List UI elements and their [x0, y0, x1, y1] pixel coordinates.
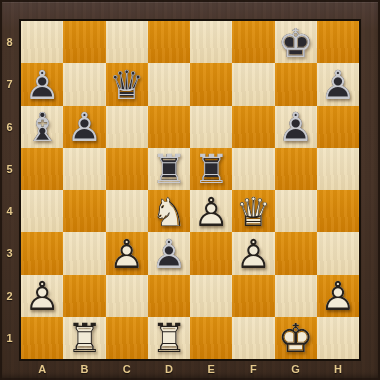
square-g3[interactable] [275, 232, 317, 274]
square-g7[interactable] [275, 63, 317, 105]
piece-black-pawn[interactable]: ♟♙ [275, 106, 317, 148]
white-pawn-glyph-outline: ♙ [317, 275, 359, 317]
square-f1[interactable] [232, 317, 274, 359]
square-e8[interactable] [190, 21, 232, 63]
file-label-b: B [63, 359, 105, 378]
square-b3[interactable] [63, 232, 105, 274]
black-pawn-glyph-outline: ♙ [21, 63, 63, 105]
square-d4[interactable]: ♞♘ [148, 190, 190, 232]
file-label-a: A [21, 359, 63, 378]
piece-white-rook[interactable]: ♜♖ [148, 317, 190, 359]
square-b7[interactable] [63, 63, 105, 105]
square-g5[interactable] [275, 148, 317, 190]
square-a5[interactable] [21, 148, 63, 190]
square-b2[interactable] [63, 275, 105, 317]
white-pawn-glyph-outline: ♙ [21, 275, 63, 317]
square-c1[interactable] [106, 317, 148, 359]
square-d8[interactable] [148, 21, 190, 63]
rank-label-6: 6 [0, 106, 19, 148]
file-label-c: C [106, 359, 148, 378]
piece-black-queen[interactable]: ♛♕ [106, 63, 148, 105]
square-f6[interactable] [232, 106, 274, 148]
square-f5[interactable] [232, 148, 274, 190]
black-pawn-glyph-outline: ♙ [148, 232, 190, 274]
square-g8[interactable]: ♚♔ [275, 21, 317, 63]
square-c3[interactable]: ♟♙ [106, 232, 148, 274]
square-d6[interactable] [148, 106, 190, 148]
square-e6[interactable] [190, 106, 232, 148]
square-e4[interactable]: ♟♙ [190, 190, 232, 232]
black-rook-glyph-outline: ♖ [190, 148, 232, 190]
square-d5[interactable]: ♜♖ [148, 148, 190, 190]
square-f3[interactable]: ♟♙ [232, 232, 274, 274]
piece-white-king[interactable]: ♚♔ [275, 317, 317, 359]
chess-board: ♚♔♟♙♛♕♟♙♝♗♟♙♟♙♜♖♜♖♞♘♟♙♛♕♟♙♟♙♟♙♟♙♟♙♜♖♜♖♚♔ [19, 19, 361, 361]
piece-black-rook[interactable]: ♜♖ [148, 148, 190, 190]
square-a2[interactable]: ♟♙ [21, 275, 63, 317]
piece-black-pawn[interactable]: ♟♙ [21, 63, 63, 105]
piece-white-pawn[interactable]: ♟♙ [232, 232, 274, 274]
black-pawn-glyph-outline: ♙ [275, 106, 317, 148]
square-c5[interactable] [106, 148, 148, 190]
file-label-d: D [148, 359, 190, 378]
square-h5[interactable] [317, 148, 359, 190]
square-h1[interactable] [317, 317, 359, 359]
square-b6[interactable]: ♟♙ [63, 106, 105, 148]
square-b1[interactable]: ♜♖ [63, 317, 105, 359]
square-e2[interactable] [190, 275, 232, 317]
piece-white-pawn[interactable]: ♟♙ [317, 275, 359, 317]
rank-label-5: 5 [0, 148, 19, 190]
piece-white-pawn[interactable]: ♟♙ [190, 190, 232, 232]
square-d7[interactable] [148, 63, 190, 105]
square-h4[interactable] [317, 190, 359, 232]
rank-label-2: 2 [0, 275, 19, 317]
square-f7[interactable] [232, 63, 274, 105]
rank-label-8: 8 [0, 21, 19, 63]
square-h6[interactable] [317, 106, 359, 148]
square-a6[interactable]: ♝♗ [21, 106, 63, 148]
square-g2[interactable] [275, 275, 317, 317]
piece-white-knight[interactable]: ♞♘ [148, 190, 190, 232]
square-g4[interactable] [275, 190, 317, 232]
square-a7[interactable]: ♟♙ [21, 63, 63, 105]
piece-black-king[interactable]: ♚♔ [275, 21, 317, 63]
white-rook-glyph-outline: ♖ [148, 317, 190, 359]
black-rook-glyph-outline: ♖ [148, 148, 190, 190]
white-knight-glyph-outline: ♘ [148, 190, 190, 232]
square-a3[interactable] [21, 232, 63, 274]
piece-black-pawn[interactable]: ♟♙ [317, 63, 359, 105]
square-c7[interactable]: ♛♕ [106, 63, 148, 105]
black-king-glyph-outline: ♔ [275, 21, 317, 63]
white-pawn-glyph-outline: ♙ [232, 232, 274, 274]
square-g1[interactable]: ♚♔ [275, 317, 317, 359]
square-d2[interactable] [148, 275, 190, 317]
file-labels: ABCDEFGH [21, 359, 359, 378]
black-pawn-glyph-outline: ♙ [317, 63, 359, 105]
piece-white-rook[interactable]: ♜♖ [63, 317, 105, 359]
square-c4[interactable] [106, 190, 148, 232]
file-label-e: E [190, 359, 232, 378]
file-label-f: F [232, 359, 274, 378]
rank-label-1: 1 [0, 317, 19, 359]
square-d1[interactable]: ♜♖ [148, 317, 190, 359]
square-e3[interactable] [190, 232, 232, 274]
square-g6[interactable]: ♟♙ [275, 106, 317, 148]
white-rook-glyph-outline: ♖ [63, 317, 105, 359]
white-king-glyph-outline: ♔ [275, 317, 317, 359]
rank-label-4: 4 [0, 190, 19, 232]
square-c8[interactable] [106, 21, 148, 63]
square-e7[interactable] [190, 63, 232, 105]
piece-white-pawn[interactable]: ♟♙ [106, 232, 148, 274]
piece-black-bishop[interactable]: ♝♗ [21, 106, 63, 148]
piece-black-pawn[interactable]: ♟♙ [148, 232, 190, 274]
square-h7[interactable]: ♟♙ [317, 63, 359, 105]
white-queen-glyph-outline: ♕ [232, 190, 274, 232]
piece-black-rook[interactable]: ♜♖ [190, 148, 232, 190]
white-pawn-glyph-outline: ♙ [190, 190, 232, 232]
black-queen-glyph-outline: ♕ [106, 63, 148, 105]
rank-label-7: 7 [0, 63, 19, 105]
square-b8[interactable] [63, 21, 105, 63]
rank-labels: 87654321 [0, 21, 19, 359]
square-h8[interactable] [317, 21, 359, 63]
square-e1[interactable] [190, 317, 232, 359]
file-label-h: H [317, 359, 359, 378]
white-pawn-glyph-outline: ♙ [106, 232, 148, 274]
square-a1[interactable] [21, 317, 63, 359]
square-c2[interactable] [106, 275, 148, 317]
piece-white-pawn[interactable]: ♟♙ [21, 275, 63, 317]
rank-label-3: 3 [0, 232, 19, 274]
piece-white-queen[interactable]: ♛♕ [232, 190, 274, 232]
square-d3[interactable]: ♟♙ [148, 232, 190, 274]
square-a4[interactable] [21, 190, 63, 232]
square-b5[interactable] [63, 148, 105, 190]
square-f8[interactable] [232, 21, 274, 63]
piece-black-pawn[interactable]: ♟♙ [63, 106, 105, 148]
square-e5[interactable]: ♜♖ [190, 148, 232, 190]
square-b4[interactable] [63, 190, 105, 232]
file-label-g: G [275, 359, 317, 378]
square-h2[interactable]: ♟♙ [317, 275, 359, 317]
square-f2[interactable] [232, 275, 274, 317]
black-pawn-glyph-outline: ♙ [63, 106, 105, 148]
chess-board-frame: 87654321 ABCDEFGH ♚♔♟♙♛♕♟♙♝♗♟♙♟♙♜♖♜♖♞♘♟♙… [0, 0, 380, 380]
square-a8[interactable] [21, 21, 63, 63]
square-c6[interactable] [106, 106, 148, 148]
square-f4[interactable]: ♛♕ [232, 190, 274, 232]
black-bishop-glyph-outline: ♗ [21, 106, 63, 148]
square-h3[interactable] [317, 232, 359, 274]
